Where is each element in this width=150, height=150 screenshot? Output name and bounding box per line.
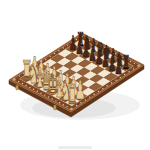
- border-inlay-dot: [19, 75, 20, 76]
- border-inlay-dot: [58, 50, 59, 51]
- piece-black-pawn: ♟: [114, 55, 122, 79]
- border-inlay-dot: [102, 88, 103, 89]
- border-inlay-dot: [63, 47, 64, 48]
- border-inlay-dot: [115, 79, 116, 80]
- border-inlay-dot: [98, 91, 99, 92]
- border-inlay-dot: [54, 53, 55, 54]
- border-inlay-dot: [107, 85, 108, 86]
- border-inlay-dot: [133, 68, 134, 69]
- piece-white-rook: ♜: [67, 78, 78, 110]
- border-inlay-dot: [111, 82, 112, 83]
- border-inlay-dot: [89, 96, 90, 97]
- border-inlay-dot: [93, 94, 94, 95]
- brass-clasp-icon: [54, 105, 57, 110]
- border-inlay-dot: [18, 81, 19, 82]
- watermark: [58, 146, 92, 149]
- piece-black-rook: ♜: [122, 51, 130, 74]
- brass-clasp-icon: [16, 85, 19, 90]
- chess-board-photo: ♜♞♝♛♚♝♞♜♟♟♟♟♟♟♟♟♟♟♟♟♟♟♟♟♜♞♝♛♚♝♞♜: [0, 0, 150, 150]
- corner-rosette-icon: [138, 65, 139, 66]
- corner-rosette-icon: [14, 79, 15, 80]
- chess-set-product-photo: ♜♞♝♛♚♝♞♜♟♟♟♟♟♟♟♟♟♟♟♟♟♟♟♟♜♞♝♛♚♝♞♜: [0, 0, 150, 150]
- border-inlay-dot: [134, 63, 135, 64]
